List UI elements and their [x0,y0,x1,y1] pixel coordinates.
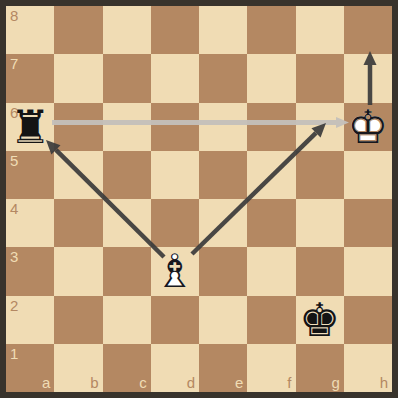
white-bishop[interactable]: ♝♗ [150,246,200,296]
white-king[interactable]: ♚♔ [343,102,393,152]
chess-board[interactable]: 87654321abcdefgh ♜♚♔♝♗♚ [0,0,398,398]
white-king-glyph: ♔ [347,104,388,150]
white-bishop-glyph: ♗ [154,248,195,294]
black-king[interactable]: ♚ [295,295,345,345]
black-rook[interactable]: ♜ [5,102,55,152]
pieces-layer: ♜♚♔♝♗♚ [6,6,392,392]
black-king-glyph: ♚ [299,297,340,343]
black-rook-glyph: ♜ [10,104,51,150]
